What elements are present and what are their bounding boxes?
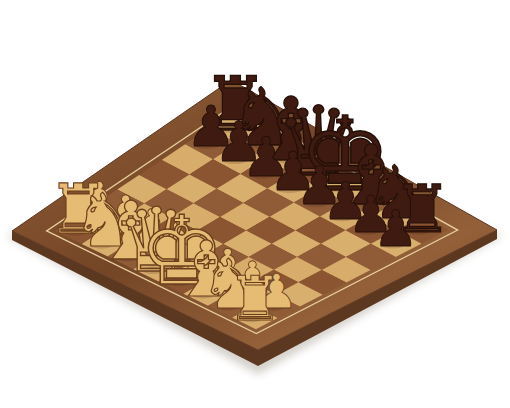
piece-black-pawn-h7: ♟: [374, 199, 419, 258]
chess-board: ♜♞♟♝♟♛♟♚♟♝♟♞♟♟♜♟♟♜♟♟♞♝♟♛♟♚♟♝♟♞♟♜: [0, 0, 510, 408]
piece-white-rook-h1: ♜: [227, 263, 282, 335]
chess-set-product-photo: ♜♞♟♝♟♛♟♚♟♝♟♞♟♟♜♟♟♜♟♟♞♝♟♛♟♚♟♝♟♞♟♜: [0, 0, 510, 408]
